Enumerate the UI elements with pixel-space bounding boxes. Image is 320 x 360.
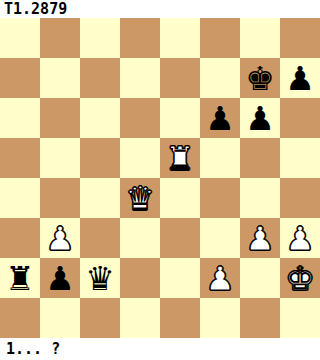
square-f3[interactable] [200,218,240,258]
square-g7[interactable]: ♚ [240,58,280,98]
piece-white-pawn: ♟ [285,222,315,255]
square-f8[interactable] [200,18,240,58]
square-f6[interactable]: ♟ [200,98,240,138]
piece-black-pawn: ♟ [45,262,75,295]
square-h6[interactable] [280,98,320,138]
square-c5[interactable] [80,138,120,178]
piece-white-queen: ♛ [125,182,155,215]
square-g8[interactable] [240,18,280,58]
square-b2[interactable]: ♟ [40,258,80,298]
square-e3[interactable] [160,218,200,258]
move-prompt: 1... ? [0,338,320,360]
square-e1[interactable] [160,298,200,338]
square-a3[interactable] [0,218,40,258]
square-e4[interactable] [160,178,200,218]
piece-white-king: ♚ [285,262,315,295]
square-e8[interactable] [160,18,200,58]
square-e2[interactable] [160,258,200,298]
square-c4[interactable] [80,178,120,218]
square-g5[interactable] [240,138,280,178]
square-a8[interactable] [0,18,40,58]
square-d3[interactable] [120,218,160,258]
square-b8[interactable] [40,18,80,58]
square-e7[interactable] [160,58,200,98]
piece-white-rook: ♜ [165,142,195,175]
square-b7[interactable] [40,58,80,98]
square-d1[interactable] [120,298,160,338]
square-c7[interactable] [80,58,120,98]
square-e5[interactable]: ♜ [160,138,200,178]
square-h4[interactable] [280,178,320,218]
square-b3[interactable]: ♟ [40,218,80,258]
square-b6[interactable] [40,98,80,138]
square-a6[interactable] [0,98,40,138]
square-a7[interactable] [0,58,40,98]
square-b4[interactable] [40,178,80,218]
square-d6[interactable] [120,98,160,138]
square-c1[interactable] [80,298,120,338]
piece-white-pawn: ♟ [245,222,275,255]
square-c6[interactable] [80,98,120,138]
square-b5[interactable] [40,138,80,178]
puzzle-title: T1.2879 [0,0,320,18]
square-f5[interactable] [200,138,240,178]
square-h5[interactable] [280,138,320,178]
square-g4[interactable] [240,178,280,218]
piece-white-pawn: ♟ [205,262,235,295]
piece-black-pawn: ♟ [245,102,275,135]
piece-black-king: ♚ [245,62,275,95]
square-a2[interactable]: ♜ [0,258,40,298]
chess-board: ♚♟♟♟♜♛♟♟♟♜♟♛♟♚ [0,18,320,338]
square-f4[interactable] [200,178,240,218]
square-g2[interactable] [240,258,280,298]
square-d7[interactable] [120,58,160,98]
square-h7[interactable]: ♟ [280,58,320,98]
square-d5[interactable] [120,138,160,178]
square-d8[interactable] [120,18,160,58]
square-f7[interactable] [200,58,240,98]
square-h3[interactable]: ♟ [280,218,320,258]
square-g3[interactable]: ♟ [240,218,280,258]
square-f1[interactable] [200,298,240,338]
square-h2[interactable]: ♚ [280,258,320,298]
piece-black-pawn: ♟ [285,62,315,95]
square-d4[interactable]: ♛ [120,178,160,218]
square-d2[interactable] [120,258,160,298]
square-h1[interactable] [280,298,320,338]
square-c3[interactable] [80,218,120,258]
square-b1[interactable] [40,298,80,338]
square-g6[interactable]: ♟ [240,98,280,138]
chess-puzzle-page: T1.2879 ♚♟♟♟♜♛♟♟♟♜♟♛♟♚ 1... ? [0,0,320,360]
square-a4[interactable] [0,178,40,218]
square-f2[interactable]: ♟ [200,258,240,298]
piece-black-pawn: ♟ [205,102,235,135]
square-h8[interactable] [280,18,320,58]
square-a1[interactable] [0,298,40,338]
piece-black-rook: ♜ [5,262,35,295]
square-c8[interactable] [80,18,120,58]
square-c2[interactable]: ♛ [80,258,120,298]
square-e6[interactable] [160,98,200,138]
square-a5[interactable] [0,138,40,178]
square-g1[interactable] [240,298,280,338]
piece-white-pawn: ♟ [45,222,75,255]
piece-black-queen: ♛ [85,262,115,295]
